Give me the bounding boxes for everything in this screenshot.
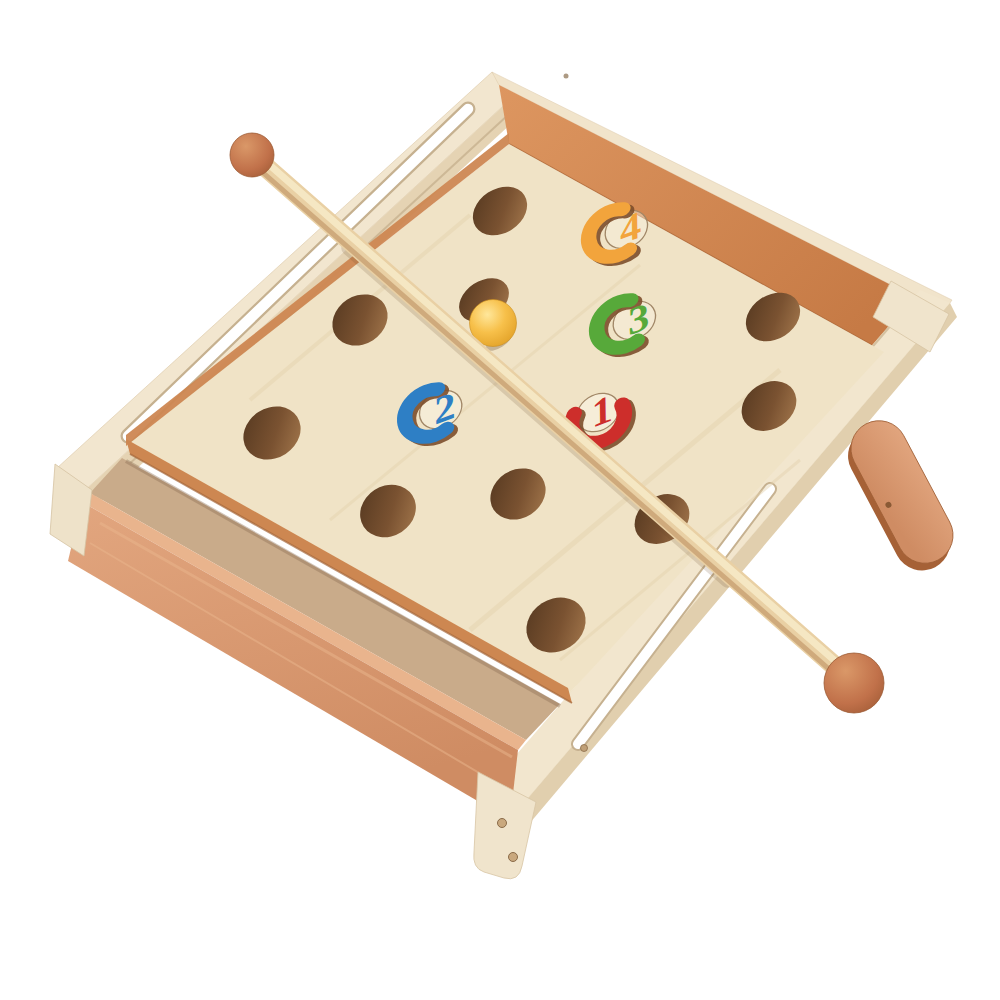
- stick-knob-right[interactable]: [824, 653, 884, 713]
- screw-hole: [498, 819, 507, 828]
- stick-knob-left[interactable]: [230, 133, 274, 177]
- screw-hole: [581, 745, 588, 752]
- screw-hole: [564, 74, 569, 79]
- wooden-game-product-photo: 4321: [0, 0, 1000, 1000]
- screw-hole: [509, 853, 518, 862]
